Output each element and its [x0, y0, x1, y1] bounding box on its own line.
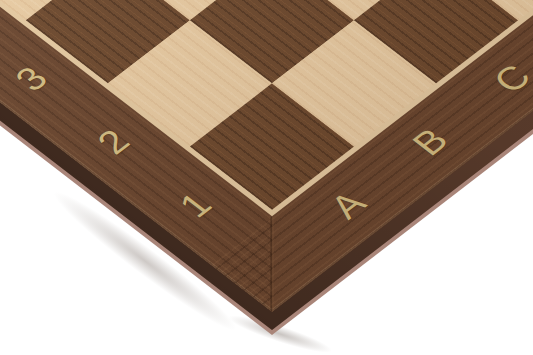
chess-board: 12345678 ABCDEFGH: [0, 0, 533, 312]
chessboard-product-photo: 12345678 ABCDEFGH: [0, 0, 533, 355]
